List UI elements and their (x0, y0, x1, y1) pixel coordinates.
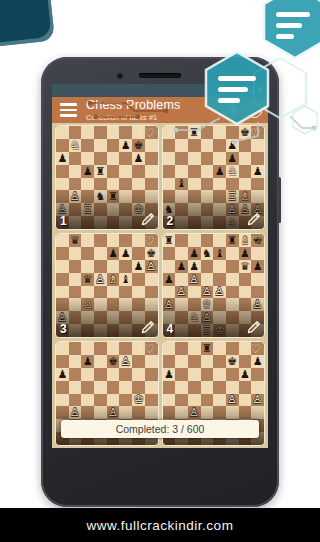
board-cell (145, 273, 158, 286)
board-cell (226, 381, 239, 394)
board-cell (107, 381, 120, 394)
board-cell (56, 247, 69, 260)
board-cell (81, 139, 94, 152)
edit-pencil-icon[interactable] (140, 319, 156, 335)
edit-pencil-icon[interactable] (246, 211, 262, 227)
board-cell (226, 126, 239, 139)
board-cell (201, 126, 214, 139)
board-cell: ♟ (56, 152, 69, 165)
chess-piece: ♝ (215, 248, 225, 259)
board-cell: ♟ (188, 247, 201, 260)
chess-piece: ♜ (202, 343, 212, 354)
board-cell (132, 247, 145, 260)
chess-piece: ♛ (70, 235, 80, 246)
chess-piece: ♚ (240, 127, 250, 138)
board-cell (213, 273, 226, 286)
board-cell: ♟ (119, 139, 132, 152)
board-cell: ♙ (145, 260, 158, 273)
board-cell (145, 165, 158, 178)
board-cell: ♚ (145, 247, 158, 260)
chess-piece: ♟ (164, 274, 174, 285)
chess-piece: ♟ (57, 369, 67, 380)
board-cell: ♗ (107, 273, 120, 286)
board-cell: ♜ (226, 234, 239, 247)
board-cell (119, 234, 132, 247)
board-cell (213, 381, 226, 394)
board-cell (175, 152, 188, 165)
board-cell (94, 355, 107, 368)
board-cell (226, 247, 239, 260)
board-cell (94, 368, 107, 381)
puzzle-tile[interactable]: ♜♜♗♚♟♞♝♟♟♟♛♟♟♙♙♙♙♙♕♙♘♙♖♔ ♡ 4 (162, 233, 266, 338)
board-cell: ♙ (119, 355, 132, 368)
board-cell (94, 247, 107, 260)
puzzle-grid: ♘♟♚♟♟♟♜♙♞♜♙♖♔ ♡ 1 ♜♚♟♟♟♘♟♝♖♗♞♙♙♙♘ ♡ 2 ♛♟… (55, 125, 265, 446)
board-cell (107, 368, 120, 381)
chess-piece: ♜ (95, 166, 105, 177)
chess-piece: ♟ (240, 369, 250, 380)
board-cell (226, 368, 239, 381)
favorite-heart-icon[interactable]: ♡ (144, 342, 155, 356)
edit-pencil-icon[interactable] (140, 211, 156, 227)
board-cell: ♜ (163, 234, 176, 247)
board-cell (81, 368, 94, 381)
board-cell (201, 165, 214, 178)
board-cell (201, 260, 214, 273)
puzzle-list: ♘♟♚♟♟♟♜♙♞♜♙♖♔ ♡ 1 ♜♚♟♟♟♘♟♝♖♗♞♙♙♙♘ ♡ 2 ♛♟… (52, 123, 268, 448)
chess-piece: ♟ (240, 248, 250, 259)
board-cell: ♟ (163, 273, 176, 286)
board-cell: ♟ (251, 355, 264, 368)
chess-piece: ♟ (83, 356, 93, 367)
chess-piece: ♚ (108, 356, 118, 367)
chess-piece: ♚ (227, 356, 237, 367)
chess-piece: ♟ (164, 369, 174, 380)
board-cell (94, 152, 107, 165)
chess-piece: ♟ (227, 153, 237, 164)
board-cell (175, 126, 188, 139)
board-cell: ♟ (132, 152, 145, 165)
board-cell (107, 165, 120, 178)
board-cell: ♜ (94, 165, 107, 178)
board-cell (213, 126, 226, 139)
board-cell: ♟ (188, 260, 201, 273)
favorite-heart-icon[interactable]: ♡ (250, 126, 261, 140)
board-cell (69, 126, 82, 139)
puzzle-tile[interactable]: ♘♟♚♟♟♟♜♙♞♜♙♖♔ ♡ 1 (55, 125, 159, 230)
board-cell: ♟ (251, 260, 264, 273)
board-cell: ♘ (226, 165, 239, 178)
chess-piece: ♟ (83, 166, 93, 177)
puzzle-tile[interactable]: ♜♚♟♟♟♘♟♝♖♗♞♙♙♙♘ ♡ 2 (162, 125, 266, 230)
board-cell: ♟ (132, 260, 145, 273)
board-cell (94, 381, 107, 394)
board-cell (81, 126, 94, 139)
flash-hint-icon[interactable] (229, 103, 239, 117)
puzzle-tile[interactable]: ♛♟♟♚♟♙♛♙♗♝♘♙ ♡ 3 (55, 233, 159, 338)
board-cell: ♚ (132, 139, 145, 152)
board-cell (119, 126, 132, 139)
favorite-heart-icon[interactable]: ♡ (144, 234, 155, 248)
board-cell (132, 381, 145, 394)
watermark-text: www.fullcrackindir.com (87, 518, 234, 533)
chess-piece: ♜ (227, 235, 237, 246)
board-cell (69, 381, 82, 394)
board-cell (69, 368, 82, 381)
chess-piece: ♟ (253, 166, 263, 177)
board-cell (239, 139, 252, 152)
board-cell (69, 260, 82, 273)
favorite-heart-icon[interactable]: ♡ (144, 126, 155, 140)
phone-screen: Chess Problems Collection of tasks #1 i … (52, 84, 268, 448)
board-cell (201, 368, 214, 381)
board-cell (107, 234, 120, 247)
board-cell (226, 273, 239, 286)
chess-piece: ♟ (57, 153, 67, 164)
chess-piece: ♗ (108, 274, 118, 285)
chess-piece: ♝ (121, 274, 131, 285)
board-cell: ♟ (213, 165, 226, 178)
board-cell (175, 368, 188, 381)
board-cell (226, 260, 239, 273)
board-cell (81, 152, 94, 165)
board-cell (239, 381, 252, 394)
board-cell (188, 342, 201, 355)
board-cell (145, 368, 158, 381)
board-cell (188, 368, 201, 381)
chess-piece: ♙ (121, 356, 131, 367)
board-cell (175, 234, 188, 247)
board-cell (175, 247, 188, 260)
puzzle-number: 1 (60, 214, 67, 228)
board-cell (213, 368, 226, 381)
phone-frame: Chess Problems Collection of tasks #1 i … (41, 57, 279, 507)
board-cell (56, 165, 69, 178)
board-cell: ♟ (107, 247, 120, 260)
board-cell (201, 234, 214, 247)
chess-piece: ♞ (202, 248, 212, 259)
board-cell (175, 342, 188, 355)
board-cell (175, 273, 188, 286)
logo-corner-decoration (0, 0, 55, 47)
board-cell (145, 355, 158, 368)
board-cell (251, 139, 264, 152)
watermark-bar: www.fullcrackindir.com (0, 508, 320, 542)
board-cell (94, 126, 107, 139)
board-cell (132, 355, 145, 368)
board-cell (213, 152, 226, 165)
board-cell: ♜ (188, 126, 201, 139)
board-cell (145, 381, 158, 394)
board-cell (56, 234, 69, 247)
chess-piece: ♟ (134, 261, 144, 272)
board-cell: ♟ (81, 355, 94, 368)
board-cell: ♟ (175, 260, 188, 273)
board-cell: ♝ (119, 273, 132, 286)
board-cell: ♙ (188, 273, 201, 286)
board-cell (213, 234, 226, 247)
board-cell (94, 342, 107, 355)
chess-piece: ♟ (227, 140, 237, 151)
page-title: Chess Problems (86, 99, 181, 112)
board-cell (188, 234, 201, 247)
chess-piece: ♙ (95, 274, 105, 285)
board-cell: ♚ (226, 355, 239, 368)
board-cell (56, 342, 69, 355)
board-cell (119, 165, 132, 178)
board-cell: ♟ (239, 368, 252, 381)
board-cell (201, 139, 214, 152)
board-cell (213, 342, 226, 355)
board-cell (163, 126, 176, 139)
board-cell: ♙ (94, 273, 107, 286)
favorite-heart-icon[interactable]: ♡ (250, 234, 261, 248)
board-cell (132, 368, 145, 381)
board-cell (213, 139, 226, 152)
board-cell (107, 260, 120, 273)
board-cell (145, 139, 158, 152)
info-icon[interactable]: i (247, 103, 262, 118)
board-cell (107, 126, 120, 139)
board-cell: ♟ (81, 165, 94, 178)
edit-pencil-icon[interactable] (246, 319, 262, 335)
board-cell (81, 342, 94, 355)
board-cell (56, 260, 69, 273)
board-cell (239, 273, 252, 286)
board-cell (69, 273, 82, 286)
board-cell (251, 381, 264, 394)
board-cell (94, 139, 107, 152)
board-cell: ♟ (251, 165, 264, 178)
board-cell (69, 165, 82, 178)
board-cell (81, 247, 94, 260)
chess-piece: ♚ (134, 140, 144, 151)
board-cell (175, 381, 188, 394)
chess-piece: ♘ (227, 166, 237, 177)
board-cell (163, 355, 176, 368)
power-button (278, 177, 281, 223)
puzzle-number: 2 (167, 214, 174, 228)
board-cell (163, 152, 176, 165)
board-cell (226, 342, 239, 355)
chess-piece: ♗ (240, 235, 250, 246)
chess-piece: ♟ (108, 248, 118, 259)
board-cell (239, 165, 252, 178)
board-cell (251, 368, 264, 381)
board-cell: ♛ (69, 234, 82, 247)
chess-piece: ♙ (189, 274, 199, 285)
volume-icon (239, 88, 244, 94)
board-cell (201, 381, 214, 394)
board-cell: ♛ (239, 260, 252, 273)
board-cell (145, 152, 158, 165)
chess-piece: ♜ (164, 235, 174, 246)
board-cell: ♟ (119, 247, 132, 260)
board-cell (188, 152, 201, 165)
board-cell (201, 273, 214, 286)
chess-piece: ♟ (189, 261, 199, 272)
puzzle-number: 3 (60, 322, 67, 336)
board-cell (188, 355, 201, 368)
status-bar (52, 84, 268, 97)
board-cell (56, 381, 69, 394)
board-cell (119, 368, 132, 381)
board-cell (56, 355, 69, 368)
board-cell (251, 247, 264, 260)
board-cell: ♟ (226, 139, 239, 152)
board-cell: ♘ (69, 139, 82, 152)
board-cell (69, 152, 82, 165)
completed-bar: Completed: 3 / 600 (61, 420, 259, 438)
board-cell (107, 139, 120, 152)
board-cell (188, 381, 201, 394)
board-cell (175, 355, 188, 368)
chess-piece: ♟ (177, 261, 187, 272)
board-cell (175, 139, 188, 152)
board-cell: ♞ (201, 247, 214, 260)
board-cell (81, 234, 94, 247)
puzzle-number: 4 (167, 322, 174, 336)
hamburger-menu-icon[interactable] (60, 103, 77, 117)
board-cell (94, 260, 107, 273)
board-cell: ♟ (56, 368, 69, 381)
board-cell (163, 342, 176, 355)
chess-piece: ♟ (189, 248, 199, 259)
board-cell (107, 152, 120, 165)
board-cell (175, 165, 188, 178)
board-cell (163, 381, 176, 394)
favorite-heart-icon[interactable]: ♡ (250, 342, 261, 356)
board-cell: ♜ (201, 342, 214, 355)
board-cell (251, 152, 264, 165)
board-cell (163, 247, 176, 260)
board-cell (213, 260, 226, 273)
board-cell: ♟ (163, 368, 176, 381)
board-cell (251, 273, 264, 286)
board-cell (239, 355, 252, 368)
chess-piece: ♟ (253, 356, 263, 367)
chess-piece: ♛ (83, 274, 93, 285)
board-cell (201, 152, 214, 165)
board-cell: ♝ (213, 247, 226, 260)
board-cell: ♛ (81, 273, 94, 286)
chess-piece: ♛ (240, 261, 250, 272)
chess-piece: ♚ (146, 248, 156, 259)
battery-icon (258, 87, 262, 94)
board-cell (163, 165, 176, 178)
board-cell: ♚ (107, 355, 120, 368)
board-cell (188, 139, 201, 152)
app-bar: Chess Problems Collection of tasks #1 i (52, 97, 268, 123)
signal-icon (248, 88, 254, 94)
app-bar-titles: Chess Problems Collection of tasks #1 (86, 99, 181, 122)
chess-piece: ♟ (253, 261, 263, 272)
board-cell (69, 342, 82, 355)
chess-piece: ♟ (121, 140, 131, 151)
chess-piece: ♟ (215, 166, 225, 177)
board-cell (119, 152, 132, 165)
speaker-grille (139, 73, 181, 78)
board-cell (119, 381, 132, 394)
board-cell (239, 152, 252, 165)
chess-piece: ♘ (70, 140, 80, 151)
board-cell (132, 273, 145, 286)
board-cell (188, 165, 201, 178)
board-cell (56, 126, 69, 139)
board-cell (56, 273, 69, 286)
board-cell (201, 355, 214, 368)
board-cell (132, 165, 145, 178)
page-subtitle: Collection of tasks #1 (86, 114, 181, 122)
board-cell (107, 342, 120, 355)
chess-piece: ♜ (189, 127, 199, 138)
chess-piece: ♙ (146, 261, 156, 272)
board-cell (81, 260, 94, 273)
board-cell (213, 355, 226, 368)
board-cell (119, 342, 132, 355)
board-cell: ♟ (226, 152, 239, 165)
board-cell (56, 139, 69, 152)
completed-label: Completed: 3 / 600 (116, 423, 205, 435)
chess-piece: ♟ (134, 153, 144, 164)
board-cell (94, 234, 107, 247)
board-cell (69, 247, 82, 260)
chess-piece: ♟ (121, 248, 131, 259)
board-cell (163, 260, 176, 273)
board-cell (163, 139, 176, 152)
board-cell (69, 355, 82, 368)
board-cell (119, 260, 132, 273)
board-cell: ♟ (239, 247, 252, 260)
board-cell (81, 381, 94, 394)
camera-dot (117, 73, 123, 79)
